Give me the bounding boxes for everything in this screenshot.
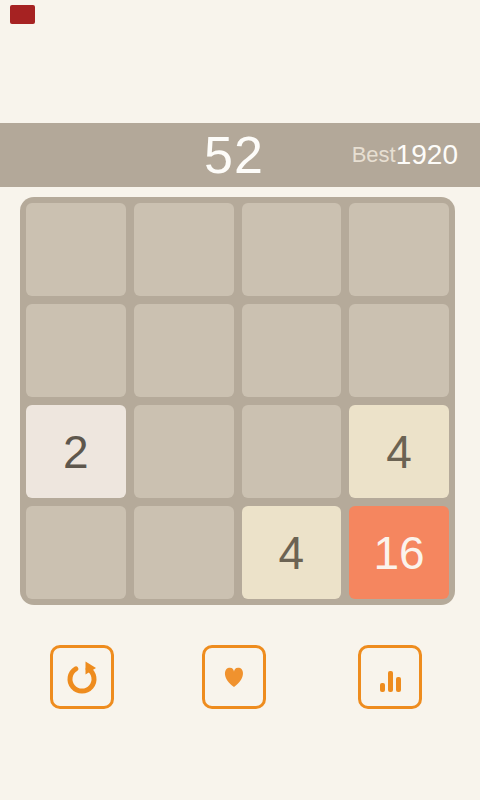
best-score: Best1920 <box>352 123 458 187</box>
empty-cell <box>242 405 342 498</box>
favorite-button[interactable] <box>202 645 266 709</box>
refresh-icon <box>62 657 102 697</box>
empty-cell <box>242 203 342 296</box>
empty-cell <box>134 203 234 296</box>
score-bar: 52 Best1920 <box>0 123 480 187</box>
empty-cell <box>349 203 449 296</box>
tile-16: 16 <box>349 506 449 599</box>
tile-2: 2 <box>26 405 126 498</box>
tile-4: 4 <box>349 405 449 498</box>
empty-cell <box>349 304 449 397</box>
empty-cell <box>242 304 342 397</box>
bar-chart-icon <box>370 657 410 697</box>
game-board[interactable]: 2 4 4 16 <box>20 197 455 605</box>
empty-cell <box>26 203 126 296</box>
best-value: 1920 <box>396 141 458 169</box>
empty-cell <box>26 304 126 397</box>
tile-4: 4 <box>242 506 342 599</box>
stats-button[interactable] <box>358 645 422 709</box>
best-label: Best <box>352 144 396 166</box>
heart-icon <box>214 657 254 697</box>
top-left-badge <box>10 5 35 24</box>
restart-button[interactable] <box>50 645 114 709</box>
empty-cell <box>134 304 234 397</box>
empty-cell <box>134 506 234 599</box>
empty-cell <box>134 405 234 498</box>
empty-cell <box>26 506 126 599</box>
